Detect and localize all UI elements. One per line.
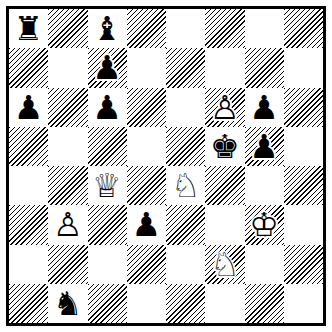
black-bishop-icon: ♝: [88, 9, 127, 48]
white-knight-icon: ♘: [166, 166, 205, 205]
square-d6[interactable]: [127, 88, 166, 127]
square-g7[interactable]: [245, 48, 284, 87]
square-d3[interactable]: ♟♟: [127, 205, 166, 244]
black-pawn-icon: ♟: [88, 88, 127, 127]
black-knight-icon: ♞: [48, 284, 87, 323]
square-h6[interactable]: [284, 88, 323, 127]
square-a4[interactable]: [9, 166, 48, 205]
black-rook-icon: ♜: [9, 9, 48, 48]
square-a8[interactable]: ♜♜: [9, 9, 48, 48]
square-f7[interactable]: [205, 48, 244, 87]
white-king[interactable]: ♚♔: [245, 205, 284, 244]
square-h7[interactable]: [284, 48, 323, 87]
square-f1[interactable]: [205, 284, 244, 323]
square-b7[interactable]: [48, 48, 87, 87]
square-b4[interactable]: [48, 166, 87, 205]
square-a1[interactable]: [9, 284, 48, 323]
black-pawn-icon: ♟: [88, 48, 127, 87]
square-c3[interactable]: [88, 205, 127, 244]
black-pawn-icon: ♟: [245, 88, 284, 127]
chess-diagram: ♜♜♝♝♟♟♟♟♟♟♟♙♟♟♚♚♟♟♛♕♞♘♟♙♟♟♚♔♞♘♞♞: [0, 0, 332, 332]
square-f2[interactable]: ♞♘: [205, 245, 244, 284]
square-e2[interactable]: [166, 245, 205, 284]
black-knight[interactable]: ♞♞: [48, 284, 87, 323]
square-h1[interactable]: [284, 284, 323, 323]
square-e8[interactable]: [166, 9, 205, 48]
white-pawn-icon: ♙: [48, 205, 87, 244]
black-pawn-icon: ♟: [127, 205, 166, 244]
square-a7[interactable]: [9, 48, 48, 87]
square-a3[interactable]: [9, 205, 48, 244]
square-e4[interactable]: ♞♘: [166, 166, 205, 205]
square-a6[interactable]: ♟♟: [9, 88, 48, 127]
black-pawn[interactable]: ♟♟: [88, 88, 127, 127]
black-king-icon: ♚: [205, 127, 244, 166]
square-h8[interactable]: [284, 9, 323, 48]
square-e5[interactable]: [166, 127, 205, 166]
white-knight-icon: ♘: [205, 245, 244, 284]
black-pawn[interactable]: ♟♟: [245, 127, 284, 166]
square-d5[interactable]: [127, 127, 166, 166]
square-g2[interactable]: [245, 245, 284, 284]
square-h5[interactable]: [284, 127, 323, 166]
square-d1[interactable]: [127, 284, 166, 323]
square-e3[interactable]: [166, 205, 205, 244]
square-e6[interactable]: [166, 88, 205, 127]
square-b8[interactable]: [48, 9, 87, 48]
square-b1[interactable]: ♞♞: [48, 284, 87, 323]
square-h4[interactable]: [284, 166, 323, 205]
square-b5[interactable]: [48, 127, 87, 166]
square-b2[interactable]: [48, 245, 87, 284]
square-g3[interactable]: ♚♔: [245, 205, 284, 244]
black-rook[interactable]: ♜♜: [9, 9, 48, 48]
black-pawn[interactable]: ♟♟: [9, 88, 48, 127]
square-f8[interactable]: [205, 9, 244, 48]
square-c2[interactable]: [88, 245, 127, 284]
black-pawn[interactable]: ♟♟: [245, 88, 284, 127]
square-h2[interactable]: [284, 245, 323, 284]
black-king[interactable]: ♚♚: [205, 127, 244, 166]
square-g1[interactable]: [245, 284, 284, 323]
square-f4[interactable]: [205, 166, 244, 205]
black-pawn[interactable]: ♟♟: [127, 205, 166, 244]
square-g5[interactable]: ♟♟: [245, 127, 284, 166]
square-c6[interactable]: ♟♟: [88, 88, 127, 127]
square-c5[interactable]: [88, 127, 127, 166]
square-d8[interactable]: [127, 9, 166, 48]
black-pawn-icon: ♟: [9, 88, 48, 127]
white-king-icon: ♔: [245, 205, 284, 244]
black-pawn[interactable]: ♟♟: [88, 48, 127, 87]
square-f3[interactable]: [205, 205, 244, 244]
square-d4[interactable]: [127, 166, 166, 205]
square-c1[interactable]: [88, 284, 127, 323]
square-g4[interactable]: [245, 166, 284, 205]
square-a2[interactable]: [9, 245, 48, 284]
square-g6[interactable]: ♟♟: [245, 88, 284, 127]
white-knight[interactable]: ♞♘: [166, 166, 205, 205]
white-pawn[interactable]: ♟♙: [205, 88, 244, 127]
square-c7[interactable]: ♟♟: [88, 48, 127, 87]
square-h3[interactable]: [284, 205, 323, 244]
square-d7[interactable]: [127, 48, 166, 87]
square-e7[interactable]: [166, 48, 205, 87]
chess-board: ♜♜♝♝♟♟♟♟♟♟♟♙♟♟♚♚♟♟♛♕♞♘♟♙♟♟♚♔♞♘♞♞: [6, 6, 326, 326]
black-pawn-icon: ♟: [245, 127, 284, 166]
white-queen[interactable]: ♛♕: [88, 166, 127, 205]
square-b3[interactable]: ♟♙: [48, 205, 87, 244]
white-queen-icon: ♕: [88, 166, 127, 205]
white-pawn[interactable]: ♟♙: [48, 205, 87, 244]
square-c8[interactable]: ♝♝: [88, 9, 127, 48]
square-f6[interactable]: ♟♙: [205, 88, 244, 127]
square-f5[interactable]: ♚♚: [205, 127, 244, 166]
white-knight[interactable]: ♞♘: [205, 245, 244, 284]
black-bishop[interactable]: ♝♝: [88, 9, 127, 48]
square-b6[interactable]: [48, 88, 87, 127]
square-a5[interactable]: [9, 127, 48, 166]
square-d2[interactable]: [127, 245, 166, 284]
white-pawn-icon: ♙: [205, 88, 244, 127]
square-c4[interactable]: ♛♕: [88, 166, 127, 205]
square-e1[interactable]: [166, 284, 205, 323]
square-g8[interactable]: [245, 9, 284, 48]
